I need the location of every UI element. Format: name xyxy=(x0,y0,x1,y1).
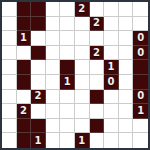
wall-number: 0 xyxy=(137,33,144,43)
empty-cell[interactable] xyxy=(46,31,61,46)
empty-cell[interactable] xyxy=(60,2,75,17)
numbered-wall-cell: 1 xyxy=(104,60,119,75)
empty-cell[interactable] xyxy=(90,104,105,119)
wall-number: 2 xyxy=(78,4,85,14)
wall-cell xyxy=(133,60,148,75)
empty-cell[interactable] xyxy=(60,31,75,46)
empty-cell[interactable] xyxy=(104,31,119,46)
empty-cell[interactable] xyxy=(46,60,61,75)
empty-cell[interactable] xyxy=(2,2,17,17)
empty-cell[interactable] xyxy=(133,2,148,17)
empty-cell[interactable] xyxy=(46,133,61,148)
wall-cell xyxy=(90,119,105,134)
wall-number: 2 xyxy=(35,91,42,101)
empty-cell[interactable] xyxy=(60,46,75,61)
empty-cell[interactable] xyxy=(2,104,17,119)
empty-cell[interactable] xyxy=(2,60,17,75)
numbered-wall-cell: 0 xyxy=(133,46,148,61)
wall-number: 1 xyxy=(64,77,71,87)
empty-cell[interactable] xyxy=(104,104,119,119)
empty-cell[interactable] xyxy=(119,17,134,32)
wall-number: 1 xyxy=(108,62,115,72)
empty-cell[interactable] xyxy=(2,75,17,90)
empty-cell[interactable] xyxy=(46,104,61,119)
empty-cell[interactable] xyxy=(75,119,90,134)
wall-number: 1 xyxy=(20,33,27,43)
empty-cell[interactable] xyxy=(46,2,61,17)
empty-cell[interactable] xyxy=(119,133,134,148)
empty-cell[interactable] xyxy=(104,90,119,105)
wall-number: 1 xyxy=(78,136,85,146)
empty-cell[interactable] xyxy=(17,46,32,61)
empty-cell[interactable] xyxy=(119,31,134,46)
empty-cell[interactable] xyxy=(60,17,75,32)
numbered-wall-cell: 2 xyxy=(31,90,46,105)
empty-cell[interactable] xyxy=(2,90,17,105)
wall-number: 2 xyxy=(93,18,100,28)
wall-cell xyxy=(60,60,75,75)
wall-cell xyxy=(133,75,148,90)
numbered-wall-cell: 0 xyxy=(133,90,148,105)
empty-cell[interactable] xyxy=(46,17,61,32)
wall-cell xyxy=(17,119,32,134)
wall-number: 0 xyxy=(137,91,144,101)
wall-cell xyxy=(90,90,105,105)
empty-cell[interactable] xyxy=(119,119,134,134)
wall-number: 0 xyxy=(108,77,115,87)
empty-cell[interactable] xyxy=(119,60,134,75)
empty-cell[interactable] xyxy=(90,31,105,46)
numbered-wall-cell: 2 xyxy=(17,104,32,119)
empty-cell[interactable] xyxy=(90,60,105,75)
empty-cell[interactable] xyxy=(75,104,90,119)
empty-cell[interactable] xyxy=(75,17,90,32)
wall-number: 1 xyxy=(137,106,144,116)
empty-cell[interactable] xyxy=(119,2,134,17)
wall-number: 2 xyxy=(93,48,100,58)
numbered-wall-cell: 1 xyxy=(31,133,46,148)
empty-cell[interactable] xyxy=(104,119,119,134)
empty-cell[interactable] xyxy=(90,75,105,90)
wall-number: 0 xyxy=(137,48,144,58)
empty-cell[interactable] xyxy=(104,133,119,148)
wall-cell xyxy=(31,119,46,134)
empty-cell[interactable] xyxy=(75,90,90,105)
empty-cell[interactable] xyxy=(60,119,75,134)
wall-cell xyxy=(31,2,46,17)
empty-cell[interactable] xyxy=(133,119,148,134)
wall-cell xyxy=(31,46,46,61)
empty-cell[interactable] xyxy=(60,90,75,105)
wall-cell xyxy=(17,60,32,75)
empty-cell[interactable] xyxy=(2,119,17,134)
empty-cell[interactable] xyxy=(2,17,17,32)
wall-cell xyxy=(31,17,46,32)
empty-cell[interactable] xyxy=(46,90,61,105)
empty-cell[interactable] xyxy=(60,133,75,148)
empty-cell[interactable] xyxy=(75,46,90,61)
empty-cell[interactable] xyxy=(90,133,105,148)
empty-cell[interactable] xyxy=(2,46,17,61)
empty-cell[interactable] xyxy=(46,75,61,90)
wall-cell xyxy=(17,2,32,17)
numbered-wall-cell: 0 xyxy=(133,31,148,46)
wall-cell xyxy=(17,75,32,90)
empty-cell[interactable] xyxy=(46,46,61,61)
empty-cell[interactable] xyxy=(31,104,46,119)
numbered-wall-cell: 1 xyxy=(75,133,90,148)
empty-cell[interactable] xyxy=(31,31,46,46)
numbered-wall-cell: 2 xyxy=(90,17,105,32)
empty-cell[interactable] xyxy=(119,46,134,61)
numbered-wall-cell: 0 xyxy=(104,75,119,90)
numbered-wall-cell: 1 xyxy=(17,31,32,46)
wall-cell xyxy=(17,133,32,148)
akari-board: 221020110202111 xyxy=(0,0,150,150)
empty-cell[interactable] xyxy=(104,17,119,32)
empty-cell[interactable] xyxy=(46,119,61,134)
empty-cell[interactable] xyxy=(75,75,90,90)
empty-cell[interactable] xyxy=(104,46,119,61)
empty-cell[interactable] xyxy=(31,60,46,75)
wall-number: 1 xyxy=(35,136,42,146)
empty-cell[interactable] xyxy=(133,133,148,148)
numbered-wall-cell: 1 xyxy=(133,104,148,119)
empty-cell[interactable] xyxy=(75,60,90,75)
empty-cell[interactable] xyxy=(2,31,17,46)
empty-cell[interactable] xyxy=(2,133,17,148)
numbered-wall-cell: 2 xyxy=(90,46,105,61)
empty-cell[interactable] xyxy=(60,104,75,119)
empty-cell[interactable] xyxy=(119,104,134,119)
empty-cell[interactable] xyxy=(75,31,90,46)
empty-cell[interactable] xyxy=(119,90,134,105)
numbered-wall-cell: 1 xyxy=(60,75,75,90)
wall-cell xyxy=(17,17,32,32)
empty-cell[interactable] xyxy=(31,75,46,90)
empty-cell[interactable] xyxy=(104,2,119,17)
empty-cell[interactable] xyxy=(119,75,134,90)
wall-number: 2 xyxy=(20,106,27,116)
empty-cell[interactable] xyxy=(133,17,148,32)
empty-cell[interactable] xyxy=(90,2,105,17)
numbered-wall-cell: 2 xyxy=(75,2,90,17)
empty-cell[interactable] xyxy=(17,90,32,105)
